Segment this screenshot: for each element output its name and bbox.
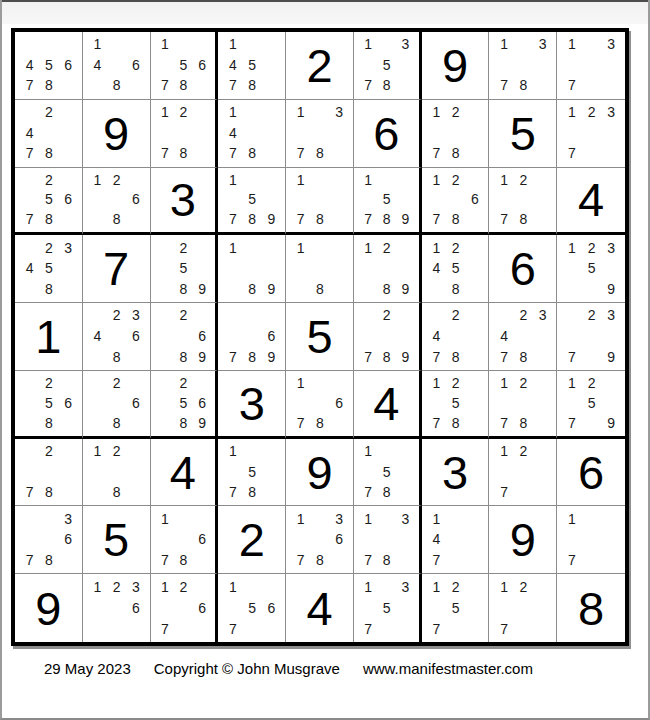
empty-mark [174,597,193,618]
cell-r5c1[interactable]: 1 [15,303,83,371]
pencil-marks: 2589 [156,237,212,299]
candidate-5: 5 [243,461,262,482]
empty-mark [446,122,465,143]
candidate-8: 8 [310,143,329,164]
candidate-4: 4 [494,326,513,347]
cell-r5c2[interactable]: 23468 [83,303,151,371]
empty-mark [310,102,329,123]
cell-r4c4[interactable]: 189 [218,235,286,303]
empty-mark [88,75,107,96]
empty-mark [126,441,145,462]
candidate-1: 1 [291,102,310,123]
candidate-8: 8 [310,209,329,229]
candidate-9: 9 [193,346,212,367]
candidate-1: 1 [88,34,107,55]
empty-mark [330,122,349,143]
empty-mark [514,597,533,618]
empty-mark [174,618,193,639]
cell-r8c1[interactable]: 3678 [15,506,83,574]
pencil-marks: 1378 [494,34,552,96]
cell-r3c7[interactable]: 12678 [422,168,490,236]
candidate-3: 3 [396,508,415,529]
empty-mark [20,34,39,55]
solved-digit: 2 [286,32,353,99]
empty-mark [582,55,602,76]
candidate-2: 2 [446,373,465,393]
cell-r2c6[interactable]: 6 [354,100,422,168]
cell-r1c5[interactable]: 2 [286,32,354,100]
cell-r8c8[interactable]: 9 [489,506,557,574]
pencil-marks: 12458 [427,237,485,299]
cell-r3c1[interactable]: 25678 [15,168,83,236]
candidate-7: 7 [427,413,446,433]
solved-digit: 6 [557,439,625,506]
solved-digit: 9 [15,574,82,642]
empty-mark [39,122,58,143]
empty-mark [533,75,552,96]
candidate-7: 7 [359,346,378,367]
empty-mark [156,237,175,258]
cell-r1c6[interactable]: 13578 [354,32,422,100]
candidate-4: 4 [20,122,39,143]
pencil-marks: 12578 [427,373,485,433]
candidate-8: 8 [39,143,58,164]
candidate-1: 1 [359,441,378,462]
empty-mark [39,34,58,55]
candidate-6: 6 [59,529,78,550]
candidate-3: 3 [396,34,415,55]
candidate-2: 2 [514,305,533,326]
candidate-1: 1 [494,576,513,597]
cell-r4c3[interactable]: 2589 [151,235,219,303]
cell-r1c4[interactable]: 14578 [218,32,286,100]
candidate-2: 2 [107,441,126,462]
empty-mark [20,189,39,209]
candidate-8: 8 [107,482,126,503]
cell-r9c3[interactable]: 1267 [151,574,219,642]
empty-mark [396,55,415,76]
candidate-6: 6 [193,393,212,413]
candidate-7: 7 [156,143,175,164]
candidate-3: 3 [533,34,552,55]
header-bar [2,0,648,24]
empty-mark [156,279,175,300]
empty-mark [107,55,126,76]
empty-mark [262,305,281,326]
cell-r6c3[interactable]: 25689 [151,371,219,439]
candidate-8: 8 [174,143,193,164]
empty-mark [533,189,552,209]
empty-mark [446,529,465,550]
candidate-7: 7 [291,143,310,164]
candidate-1: 1 [359,170,378,190]
candidate-9: 9 [396,209,415,229]
candidate-2: 2 [39,102,58,123]
cell-r3c6[interactable]: 15789 [354,168,422,236]
cell-r2c1[interactable]: 2478 [15,100,83,168]
empty-mark [396,482,415,503]
cell-r3c2[interactable]: 1268 [83,168,151,236]
cell-r5c7[interactable]: 2478 [422,303,490,371]
empty-mark [59,441,78,462]
pencil-marks: 1678 [156,508,212,570]
empty-mark [465,305,484,326]
empty-mark [39,529,58,550]
cell-r3c3[interactable]: 3 [151,168,219,236]
empty-mark [20,170,39,190]
empty-mark [465,373,484,393]
candidate-1: 1 [427,102,446,123]
empty-mark [126,413,145,433]
candidate-9: 9 [396,346,415,367]
empty-mark [601,122,621,143]
candidate-6: 6 [193,529,212,550]
cell-r9c5[interactable]: 4 [286,574,354,642]
cell-r2c7[interactable]: 1278 [422,100,490,168]
candidate-8: 8 [243,75,262,96]
candidate-8: 8 [446,143,465,164]
candidate-5: 5 [446,597,465,618]
cell-r3c9[interactable]: 4 [557,168,625,236]
empty-mark [126,346,145,367]
empty-mark [562,326,582,347]
pencil-marks: 14578 [223,34,281,96]
empty-mark [310,258,329,279]
empty-mark [330,373,349,393]
cell-r4c6[interactable]: 1289 [354,235,422,303]
empty-mark [465,346,484,367]
empty-mark [20,102,39,123]
candidate-1: 1 [427,576,446,597]
cell-r6c2[interactable]: 268 [83,371,151,439]
empty-mark [396,189,415,209]
candidate-7: 7 [427,346,446,367]
candidate-9: 9 [601,279,621,300]
empty-mark [156,373,175,393]
candidate-2: 2 [446,237,465,258]
cell-r1c8[interactable]: 1378 [489,32,557,100]
candidate-2: 2 [446,102,465,123]
candidate-7: 7 [359,482,378,503]
empty-mark [396,75,415,96]
candidate-7: 7 [359,550,378,571]
cell-r1c3[interactable]: 15678 [151,32,219,100]
candidate-4: 4 [20,55,39,76]
empty-mark [359,55,378,76]
candidate-8: 8 [377,550,396,571]
empty-mark [156,55,175,76]
cell-r9c7[interactable]: 1257 [422,574,490,642]
pencil-marks: 1378 [359,508,415,570]
empty-mark [377,170,396,190]
cell-r4c8[interactable]: 6 [489,235,557,303]
cell-r8c7[interactable]: 147 [422,506,490,574]
empty-mark [88,413,107,433]
empty-mark [494,597,513,618]
empty-mark [582,508,602,529]
window: 4567814681567814578213578913781372478912… [0,0,650,720]
empty-mark [533,461,552,482]
candidate-1: 1 [494,170,513,190]
candidate-7: 7 [223,143,242,164]
cell-r5c5[interactable]: 5 [286,303,354,371]
cell-r2c2[interactable]: 9 [83,100,151,168]
cell-r9c8[interactable]: 127 [489,574,557,642]
cell-r9c1[interactable]: 9 [15,574,83,642]
empty-mark [446,550,465,571]
empty-mark [465,122,484,143]
candidate-1: 1 [359,34,378,55]
pencil-marks: 17 [562,508,621,570]
empty-mark [582,413,602,433]
empty-mark [601,529,621,550]
candidate-7: 7 [291,413,310,433]
candidate-8: 8 [174,550,193,571]
footer: 29 May 2023Copyright © John Musgravewww.… [2,660,648,677]
empty-mark [396,618,415,639]
cell-r2c3[interactable]: 1278 [151,100,219,168]
cell-r7c1[interactable]: 278 [15,439,83,507]
empty-mark [243,122,262,143]
pencil-marks: 2789 [359,305,415,367]
empty-mark [223,326,242,347]
pencil-marks: 25678 [20,170,78,230]
candidate-8: 8 [174,279,193,300]
empty-mark [601,55,621,76]
candidate-4: 4 [427,258,446,279]
cell-r9c2[interactable]: 1236 [83,574,151,642]
empty-mark [193,122,212,143]
empty-mark [465,279,484,300]
cell-r6c4[interactable]: 3 [218,371,286,439]
cell-r7c6[interactable]: 1578 [354,439,422,507]
empty-mark [446,326,465,347]
empty-mark [262,143,281,164]
candidate-7: 7 [562,143,582,164]
cell-r2c9[interactable]: 1237 [557,100,625,168]
solved-digit: 5 [83,506,150,573]
empty-mark [193,508,212,529]
cell-r3c5[interactable]: 178 [286,168,354,236]
cell-r4c1[interactable]: 23458 [15,235,83,303]
empty-mark [88,305,107,326]
empty-mark [59,279,78,300]
cell-r3c8[interactable]: 1278 [489,168,557,236]
empty-mark [223,279,242,300]
cell-r8c3[interactable]: 1678 [151,506,219,574]
candidate-2: 2 [582,305,602,326]
empty-mark [330,143,349,164]
cell-r5c4[interactable]: 6789 [218,303,286,371]
pencil-marks: 13678 [291,508,349,570]
candidate-5: 5 [582,393,602,413]
candidate-7: 7 [494,413,513,433]
candidate-7: 7 [223,618,242,639]
cell-r4c5[interactable]: 18 [286,235,354,303]
candidate-8: 8 [107,75,126,96]
cell-r9c4[interactable]: 1567 [218,574,286,642]
empty-mark [377,508,396,529]
cell-r2c4[interactable]: 1478 [218,100,286,168]
cell-r7c8[interactable]: 127 [489,439,557,507]
candidate-5: 5 [243,189,262,209]
pencil-marks: 12359 [562,237,621,299]
cell-r5c3[interactable]: 2689 [151,303,219,371]
solved-digit: 4 [354,371,419,436]
candidate-2: 2 [174,102,193,123]
candidate-5: 5 [377,597,396,618]
candidate-6: 6 [126,393,145,413]
candidate-3: 3 [601,102,621,123]
cell-r5c8[interactable]: 23478 [489,303,557,371]
pencil-marks: 1357 [359,576,415,639]
empty-mark [88,393,107,413]
empty-mark [262,55,281,76]
cell-r6c9[interactable]: 12579 [557,371,625,439]
cell-r7c5[interactable]: 9 [286,439,354,507]
empty-mark [330,258,349,279]
empty-mark [396,461,415,482]
empty-mark [310,508,329,529]
empty-mark [59,550,78,571]
empty-mark [174,34,193,55]
empty-mark [59,413,78,433]
cell-r1c7[interactable]: 9 [422,32,490,100]
empty-mark [156,597,175,618]
solved-digit: 4 [557,168,625,233]
cell-r8c2[interactable]: 5 [83,506,151,574]
cell-r7c4[interactable]: 1578 [218,439,286,507]
cell-r6c5[interactable]: 1678 [286,371,354,439]
candidate-2: 2 [39,441,58,462]
cell-r8c4[interactable]: 2 [218,506,286,574]
cell-r4c7[interactable]: 12458 [422,235,490,303]
pencil-marks: 13578 [359,34,415,96]
cell-r9c9[interactable]: 8 [557,574,625,642]
cell-r8c9[interactable]: 17 [557,506,625,574]
empty-mark [126,170,145,190]
candidate-1: 1 [88,170,107,190]
empty-mark [107,597,126,618]
empty-mark [262,258,281,279]
candidate-2: 2 [107,576,126,597]
candidate-1: 1 [156,102,175,123]
cell-r1c1[interactable]: 45678 [15,32,83,100]
empty-mark [396,170,415,190]
empty-mark [126,461,145,482]
pencil-marks: 1236 [88,576,146,639]
empty-mark [601,550,621,571]
candidate-8: 8 [243,279,262,300]
empty-mark [310,237,329,258]
candidate-2: 2 [446,576,465,597]
candidate-3: 3 [330,508,349,529]
empty-mark [156,122,175,143]
empty-mark [562,529,582,550]
candidate-3: 3 [601,305,621,326]
empty-mark [243,258,262,279]
candidate-8: 8 [446,209,465,229]
candidate-6: 6 [59,189,78,209]
empty-mark [193,237,212,258]
cell-r7c9[interactable]: 6 [557,439,625,507]
empty-mark [514,326,533,347]
empty-mark [193,258,212,279]
candidate-2: 2 [174,576,193,597]
candidate-7: 7 [20,550,39,571]
empty-mark [465,550,484,571]
candidate-7: 7 [156,618,175,639]
cell-r9c6[interactable]: 1357 [354,574,422,642]
cell-r1c9[interactable]: 137 [557,32,625,100]
cell-r2c5[interactable]: 1378 [286,100,354,168]
cell-r5c6[interactable]: 2789 [354,303,422,371]
candidate-7: 7 [20,143,39,164]
candidate-2: 2 [107,373,126,393]
candidate-5: 5 [39,393,58,413]
empty-mark [59,461,78,482]
candidate-5: 5 [174,258,193,279]
cell-r3c4[interactable]: 15789 [218,168,286,236]
cell-r7c7[interactable]: 3 [422,439,490,507]
cell-r7c3[interactable]: 4 [151,439,219,507]
candidate-1: 1 [562,508,582,529]
candidate-1: 1 [562,373,582,393]
cell-r2c8[interactable]: 5 [489,100,557,168]
empty-mark [126,618,145,639]
candidate-3: 3 [59,237,78,258]
pencil-marks: 1237 [562,102,621,164]
empty-mark [427,305,446,326]
empty-mark [193,305,212,326]
empty-mark [465,143,484,164]
empty-mark [20,441,39,462]
candidate-7: 7 [494,75,513,96]
candidate-9: 9 [262,279,281,300]
footer-copyright: Copyright © John Musgrave [154,660,340,677]
empty-mark [20,413,39,433]
pencil-marks: 1478 [223,102,281,164]
cell-r1c2[interactable]: 1468 [83,32,151,100]
candidate-8: 8 [39,550,58,571]
candidate-8: 8 [514,209,533,229]
cell-r8c6[interactable]: 1378 [354,506,422,574]
candidate-6: 6 [262,326,281,347]
cell-r4c2[interactable]: 7 [83,235,151,303]
empty-mark [494,461,513,482]
pencil-marks: 2689 [156,305,212,367]
cell-r6c1[interactable]: 2568 [15,371,83,439]
empty-mark [193,576,212,597]
cell-r4c9[interactable]: 12359 [557,235,625,303]
cell-r6c6[interactable]: 4 [354,371,422,439]
candidate-1: 1 [562,34,582,55]
empty-mark [223,461,242,482]
candidate-1: 1 [223,237,242,258]
cell-r8c5[interactable]: 13678 [286,506,354,574]
empty-mark [359,258,378,279]
empty-mark [243,305,262,326]
cell-r7c2[interactable]: 128 [83,439,151,507]
cell-r5c9[interactable]: 2379 [557,303,625,371]
empty-mark [59,482,78,503]
candidate-9: 9 [601,346,621,367]
empty-mark [243,102,262,123]
cell-r6c8[interactable]: 1278 [489,371,557,439]
cell-r6c7[interactable]: 12578 [422,371,490,439]
pencil-marks: 15789 [223,170,281,230]
candidate-5: 5 [39,55,58,76]
